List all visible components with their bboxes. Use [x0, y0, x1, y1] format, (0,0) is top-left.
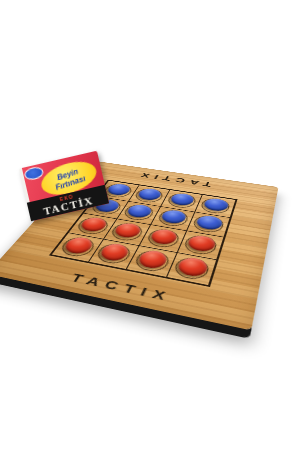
product-photo: TACTIX TACTIX Beyin Fırtınası EKO TACTİX	[0, 0, 300, 450]
cell-r4c4	[167, 253, 217, 285]
